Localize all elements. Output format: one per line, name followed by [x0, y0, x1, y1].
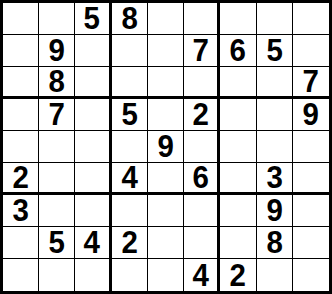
cell-r3c5[interactable] — [148, 67, 184, 99]
cell-r2c7[interactable]: 6 — [220, 35, 256, 67]
cell-r5c8[interactable] — [257, 131, 293, 163]
cell-r5c5[interactable]: 9 — [148, 131, 184, 163]
given-digit: 7 — [303, 67, 319, 97]
cell-r6c3[interactable] — [75, 163, 111, 195]
cell-r4c5[interactable] — [148, 99, 184, 131]
cell-r8c7[interactable] — [220, 227, 256, 259]
cell-r8c8[interactable]: 8 — [257, 227, 293, 259]
cell-r2c4[interactable] — [112, 35, 148, 67]
given-digit: 4 — [193, 260, 209, 291]
cell-r3c7[interactable] — [220, 67, 256, 99]
cell-r7c2[interactable] — [39, 195, 75, 227]
cell-r9c1[interactable] — [3, 259, 39, 291]
cell-r2c9[interactable] — [293, 35, 329, 67]
cell-r8c1[interactable] — [3, 227, 39, 259]
cell-r3c4[interactable] — [112, 67, 148, 99]
cell-r9c9[interactable] — [293, 259, 329, 291]
cell-r1c8[interactable] — [257, 3, 293, 35]
cell-r8c9[interactable] — [293, 227, 329, 259]
cell-r9c7[interactable]: 2 — [220, 259, 256, 291]
cell-r3c6[interactable] — [184, 67, 220, 99]
cell-r6c7[interactable] — [220, 163, 256, 195]
given-digit: 9 — [266, 195, 282, 226]
cell-r2c6[interactable]: 7 — [184, 35, 220, 67]
cell-r3c1[interactable] — [3, 67, 39, 99]
cell-r4c1[interactable] — [3, 99, 39, 131]
cell-r3c3[interactable] — [75, 67, 111, 99]
cell-r4c6[interactable]: 2 — [184, 99, 220, 131]
cell-r1c3[interactable]: 5 — [75, 3, 111, 35]
cell-r4c8[interactable] — [257, 99, 293, 131]
given-digit: 9 — [49, 35, 65, 66]
cell-r6c4[interactable]: 4 — [112, 163, 148, 195]
cell-r2c8[interactable]: 5 — [257, 35, 293, 67]
given-digit: 7 — [49, 99, 65, 130]
cell-r1c7[interactable] — [220, 3, 256, 35]
cell-r2c2[interactable]: 9 — [39, 35, 75, 67]
cell-r6c9[interactable] — [293, 163, 329, 195]
cell-r8c4[interactable]: 2 — [112, 227, 148, 259]
cell-r7c4[interactable] — [112, 195, 148, 227]
cell-r8c2[interactable]: 5 — [39, 227, 75, 259]
given-digit: 9 — [303, 99, 319, 130]
given-digit: 7 — [193, 35, 209, 66]
cell-r2c1[interactable] — [3, 35, 39, 67]
given-digit: 8 — [49, 67, 65, 97]
cell-r6c6[interactable]: 6 — [184, 163, 220, 195]
given-digit: 2 — [230, 260, 246, 291]
cell-r8c6[interactable] — [184, 227, 220, 259]
cell-r9c5[interactable] — [148, 259, 184, 291]
given-digit: 5 — [266, 35, 282, 66]
cell-r1c5[interactable] — [148, 3, 184, 35]
given-digit: 2 — [193, 99, 209, 130]
cell-r4c4[interactable]: 5 — [112, 99, 148, 131]
given-digit: 5 — [49, 227, 65, 258]
cell-r7c6[interactable] — [184, 195, 220, 227]
given-digit: 4 — [121, 163, 137, 193]
cell-r7c7[interactable] — [220, 195, 256, 227]
given-digit: 6 — [230, 35, 246, 66]
cell-r5c4[interactable] — [112, 131, 148, 163]
cell-r5c6[interactable] — [184, 131, 220, 163]
cell-r7c3[interactable] — [75, 195, 111, 227]
cell-r4c7[interactable] — [220, 99, 256, 131]
cell-r1c1[interactable] — [3, 3, 39, 35]
cell-r4c3[interactable] — [75, 99, 111, 131]
given-digit: 4 — [84, 227, 100, 258]
cell-r1c2[interactable] — [39, 3, 75, 35]
cell-r5c2[interactable] — [39, 131, 75, 163]
cell-r4c2[interactable]: 7 — [39, 99, 75, 131]
cell-r9c3[interactable] — [75, 259, 111, 291]
cell-r5c9[interactable] — [293, 131, 329, 163]
cell-r3c2[interactable]: 8 — [39, 67, 75, 99]
cell-r3c9[interactable]: 7 — [293, 67, 329, 99]
given-digit: 3 — [266, 163, 282, 193]
cell-r9c8[interactable] — [257, 259, 293, 291]
cell-r1c9[interactable] — [293, 3, 329, 35]
cell-r9c4[interactable] — [112, 259, 148, 291]
cell-r3c8[interactable] — [257, 67, 293, 99]
cell-r2c3[interactable] — [75, 35, 111, 67]
given-digit: 8 — [266, 227, 282, 258]
given-digit: 2 — [121, 227, 137, 258]
cell-r6c5[interactable] — [148, 163, 184, 195]
cell-r5c7[interactable] — [220, 131, 256, 163]
given-digit: 5 — [121, 99, 137, 130]
given-digit: 3 — [12, 195, 28, 226]
cell-r4c9[interactable]: 9 — [293, 99, 329, 131]
cell-r1c4[interactable]: 8 — [112, 3, 148, 35]
cell-r7c9[interactable] — [293, 195, 329, 227]
cell-r2c5[interactable] — [148, 35, 184, 67]
cell-r7c8[interactable]: 9 — [257, 195, 293, 227]
given-digit: 6 — [193, 163, 209, 193]
cell-r6c2[interactable] — [39, 163, 75, 195]
cell-r9c6[interactable]: 4 — [184, 259, 220, 291]
given-digit: 2 — [12, 163, 28, 193]
cell-r7c1[interactable]: 3 — [3, 195, 39, 227]
cell-r7c5[interactable] — [148, 195, 184, 227]
cell-r9c2[interactable] — [39, 259, 75, 291]
sudoku-board: 5897658775299246339542842 — [0, 0, 332, 294]
cell-r8c5[interactable] — [148, 227, 184, 259]
cell-r5c3[interactable] — [75, 131, 111, 163]
cell-r1c6[interactable] — [184, 3, 220, 35]
given-digit: 9 — [157, 131, 173, 162]
cell-r5c1[interactable] — [3, 131, 39, 163]
given-digit: 5 — [84, 3, 100, 34]
cell-r8c3[interactable]: 4 — [75, 227, 111, 259]
cell-r6c1[interactable]: 2 — [3, 163, 39, 195]
given-digit: 8 — [121, 3, 137, 34]
cell-r6c8[interactable]: 3 — [257, 163, 293, 195]
